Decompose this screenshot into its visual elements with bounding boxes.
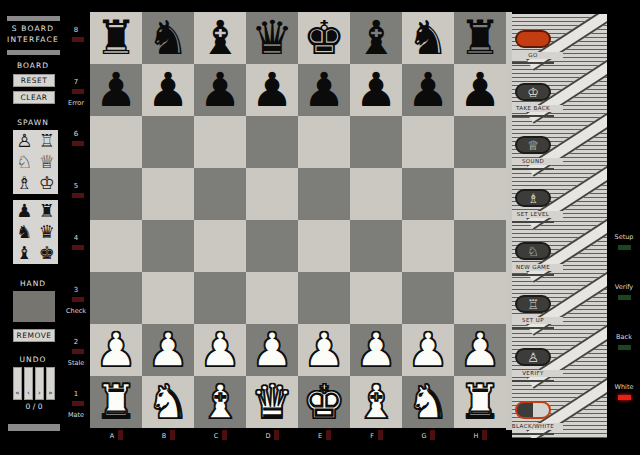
- board-square-f7[interactable]: ♟: [350, 64, 402, 116]
- verify-button[interactable]: ♙: [515, 348, 551, 366]
- board-square-b5[interactable]: [142, 168, 194, 220]
- file-label-g: G: [419, 432, 429, 440]
- rank-label-7: 7: [62, 78, 90, 86]
- board-square-f3[interactable]: [350, 272, 402, 324]
- panel-step-line: [512, 433, 554, 435]
- file-label-c: C: [211, 432, 221, 440]
- spawn-white-q[interactable]: ♕: [36, 151, 59, 172]
- board-square-b6[interactable]: [142, 116, 194, 168]
- sound-label: SOUND: [512, 158, 563, 165]
- board-square-c3[interactable]: [194, 272, 246, 324]
- white-piece-b: ♝: [199, 376, 241, 428]
- file-label-e: E: [315, 432, 325, 440]
- remove-button[interactable]: REMOVE: [13, 329, 55, 342]
- take-back-piece-icon: ♔: [527, 86, 539, 99]
- undo-counter: 0 / 0: [7, 402, 61, 411]
- set-up-label: SET UP: [512, 317, 563, 324]
- white-piece-q: ♛: [251, 376, 293, 428]
- panel-step-line: [512, 380, 554, 382]
- board-square-h2[interactable]: ♟: [454, 324, 506, 376]
- board-square-g7[interactable]: ♟: [402, 64, 454, 116]
- board-square-b2[interactable]: ♟: [142, 324, 194, 376]
- set-up-piece-icon: ♖: [527, 298, 539, 311]
- control-panel: GO♔TAKE BACK♕SOUND♗SET LEVEL♘NEW GAME♖SE…: [512, 14, 607, 438]
- rank-label-1: 1: [62, 390, 90, 398]
- black-white-button[interactable]: [515, 401, 551, 419]
- new-game-piece-icon: ♘: [527, 245, 539, 258]
- board-square-f8[interactable]: ♝: [350, 12, 402, 64]
- black-piece-r: ♜: [459, 12, 501, 64]
- board-square-e7[interactable]: ♟: [298, 64, 350, 116]
- file-led-a: [118, 430, 123, 440]
- white-piece-p: ♟: [95, 324, 137, 376]
- board-square-g5[interactable]: [402, 168, 454, 220]
- rank-led-5: [72, 193, 84, 198]
- board-square-c6[interactable]: [194, 116, 246, 168]
- black-piece-r: ♜: [95, 12, 137, 64]
- rank-label-4: 4: [62, 234, 90, 242]
- board-square-g2[interactable]: ♟: [402, 324, 454, 376]
- board-section-label: BOARD: [2, 61, 64, 70]
- rank-led-6: [72, 141, 84, 146]
- set-level-piece-icon: ♗: [527, 192, 539, 205]
- board-square-g4[interactable]: [402, 220, 454, 272]
- board-square-b8[interactable]: ♞: [142, 12, 194, 64]
- board-square-c4[interactable]: [194, 220, 246, 272]
- spawn-white-k[interactable]: ♔: [36, 173, 59, 194]
- new-game-label: NEW GAME: [512, 264, 563, 271]
- board-square-d6[interactable]: [246, 116, 298, 168]
- rank-led-7: [72, 89, 84, 94]
- board-square-e2[interactable]: ♟: [298, 324, 350, 376]
- panel-step-line: [512, 115, 554, 117]
- board-square-a2[interactable]: ♟: [90, 324, 142, 376]
- board-square-f1[interactable]: ♝: [350, 376, 402, 428]
- white-piece-p: ♟: [199, 324, 241, 376]
- board-square-e8[interactable]: ♚: [298, 12, 350, 64]
- board-square-d4[interactable]: [246, 220, 298, 272]
- status-led-setup: [618, 245, 631, 250]
- board-square-a6[interactable]: [90, 116, 142, 168]
- status-label-white: White: [605, 383, 640, 391]
- black-piece-p: ♟: [407, 64, 449, 116]
- white-piece-n: ♞: [407, 376, 449, 428]
- board-square-c2[interactable]: ♟: [194, 324, 246, 376]
- rank-led-4: [72, 245, 84, 250]
- verify-piece-icon: ♙: [527, 351, 539, 364]
- rank-label-8: 8: [62, 26, 90, 34]
- panel-step-line: [512, 168, 554, 170]
- status-led-verify: [618, 295, 631, 300]
- verify-label: VERIFY: [512, 370, 563, 377]
- file-label-a: A: [107, 432, 117, 440]
- spawn-white-n[interactable]: ♘: [13, 151, 36, 172]
- panel-step-line: [512, 274, 554, 276]
- black-piece-k: ♚: [303, 12, 345, 64]
- rank-led-8: [72, 37, 84, 42]
- board-square-a8[interactable]: ♜: [90, 12, 142, 64]
- board-square-d8[interactable]: ♛: [246, 12, 298, 64]
- black-piece-p: ♟: [251, 64, 293, 116]
- board-square-e4[interactable]: [298, 220, 350, 272]
- board-square-g3[interactable]: [402, 272, 454, 324]
- sound-piece-icon: ♕: [527, 139, 539, 152]
- hand-display-box: [13, 291, 55, 322]
- undo-key-3[interactable]: »: [46, 367, 55, 400]
- app-title-line1: S BOARD: [2, 24, 64, 33]
- board-square-a7[interactable]: ♟: [90, 64, 142, 116]
- spawn-white-r[interactable]: ♖: [36, 130, 59, 151]
- app-title-line2: INTERFACE: [2, 35, 64, 44]
- board-square-h4[interactable]: [454, 220, 506, 272]
- white-piece-p: ♟: [355, 324, 397, 376]
- board-square-c7[interactable]: ♟: [194, 64, 246, 116]
- board-square-h8[interactable]: ♜: [454, 12, 506, 64]
- white-piece-p: ♟: [147, 324, 189, 376]
- go-button[interactable]: [515, 30, 551, 48]
- rank-led-2: [72, 349, 84, 354]
- undo-section-label: UNDO: [2, 355, 64, 364]
- white-piece-b: ♝: [355, 376, 397, 428]
- panel-step-line: [512, 221, 554, 223]
- white-piece-p: ♟: [407, 324, 449, 376]
- panel-step-line: [512, 327, 554, 329]
- white-piece-r: ♜: [459, 376, 501, 428]
- undo-key-2[interactable]: ›: [35, 367, 44, 400]
- board-square-d5[interactable]: [246, 168, 298, 220]
- take-back-button[interactable]: ♔: [515, 83, 551, 101]
- file-label-h: H: [471, 432, 481, 440]
- board-square-b4[interactable]: [142, 220, 194, 272]
- reset-button[interactable]: RESET: [13, 74, 55, 87]
- board-square-d7[interactable]: ♟: [246, 64, 298, 116]
- clear-button[interactable]: CLEAR: [13, 91, 55, 104]
- board-square-b3[interactable]: [142, 272, 194, 324]
- board-square-f4[interactable]: [350, 220, 402, 272]
- black-piece-p: ♟: [147, 64, 189, 116]
- board-square-c8[interactable]: ♝: [194, 12, 246, 64]
- black-white-label: BLACK/WHITE: [512, 423, 563, 430]
- board-square-h1[interactable]: ♜: [454, 376, 506, 428]
- panel-step-line: [512, 62, 554, 64]
- spawn-black-b[interactable]: ♝: [13, 243, 36, 264]
- chess-board: ♜♞♝♛♚♝♞♜♟♟♟♟♟♟♟♟♟♟♟♟♟♟♟♟♜♞♝♛♚♝♞♜: [90, 12, 506, 428]
- board-square-d3[interactable]: [246, 272, 298, 324]
- board-square-h6[interactable]: [454, 116, 506, 168]
- rank-led-3: [72, 297, 84, 302]
- spawn-black-q[interactable]: ♛: [36, 221, 59, 242]
- board-square-c5[interactable]: [194, 168, 246, 220]
- hand-section-label: HAND: [2, 279, 64, 288]
- black-piece-b: ♝: [199, 12, 241, 64]
- white-piece-k: ♚: [303, 376, 345, 428]
- board-square-e3[interactable]: [298, 272, 350, 324]
- status-label-back: Back: [605, 333, 640, 341]
- status-label-setup: Setup: [605, 233, 640, 241]
- black-piece-n: ♞: [147, 12, 189, 64]
- board-square-g6[interactable]: [402, 116, 454, 168]
- board-square-c1[interactable]: ♝: [194, 376, 246, 428]
- board-square-g8[interactable]: ♞: [402, 12, 454, 64]
- board-square-a5[interactable]: [90, 168, 142, 220]
- board-square-f2[interactable]: ♟: [350, 324, 402, 376]
- file-label-d: D: [263, 432, 273, 440]
- new-game-button[interactable]: ♘: [515, 242, 551, 260]
- board-square-d2[interactable]: ♟: [246, 324, 298, 376]
- board-square-a3[interactable]: [90, 272, 142, 324]
- board-square-g1[interactable]: ♞: [402, 376, 454, 428]
- rank-led-1: [72, 401, 84, 406]
- board-square-e6[interactable]: [298, 116, 350, 168]
- white-piece-p: ♟: [303, 324, 345, 376]
- status-label-verify: Verify: [605, 283, 640, 291]
- sidebar-divider-2: [7, 50, 60, 55]
- chess-interface-window: S BOARD INTERFACE BOARD RESET CLEAR SPAW…: [0, 0, 640, 455]
- board-square-h5[interactable]: [454, 168, 506, 220]
- sidebar-divider-top: [7, 16, 60, 21]
- black-piece-p: ♟: [355, 64, 397, 116]
- set-level-button[interactable]: ♗: [515, 189, 551, 207]
- file-led-d: [274, 430, 279, 440]
- file-led-c: [222, 430, 227, 440]
- black-piece-b: ♝: [355, 12, 397, 64]
- file-led-g: [430, 430, 435, 440]
- spawn-section-label: SPAWN: [2, 118, 64, 127]
- file-led-h: [482, 430, 487, 440]
- board-square-f6[interactable]: [350, 116, 402, 168]
- board-square-f5[interactable]: [350, 168, 402, 220]
- take-back-label: TAKE BACK: [512, 105, 563, 112]
- black-piece-n: ♞: [407, 12, 449, 64]
- rank-label-2: 2: [62, 338, 90, 346]
- white-piece-p: ♟: [459, 324, 501, 376]
- rank-label-5: 5: [62, 182, 90, 190]
- white-piece-n: ♞: [147, 376, 189, 428]
- board-square-e5[interactable]: [298, 168, 350, 220]
- black-piece-p: ♟: [199, 64, 241, 116]
- board-square-h3[interactable]: [454, 272, 506, 324]
- file-label-f: F: [367, 432, 377, 440]
- spawn-black-k[interactable]: ♚: [36, 243, 59, 264]
- black-piece-p: ♟: [303, 64, 345, 116]
- board-square-b1[interactable]: ♞: [142, 376, 194, 428]
- status-led-back: [618, 345, 631, 350]
- board-square-b7[interactable]: ♟: [142, 64, 194, 116]
- set-level-label: SET LEVEL: [512, 211, 563, 218]
- black-piece-q: ♛: [251, 12, 293, 64]
- spawn-black-p[interactable]: ♟: [13, 200, 36, 221]
- spawn-palette-white: ♙♖♘♕♗♔: [13, 130, 58, 194]
- sidebar-divider-bottom: [8, 424, 60, 431]
- white-piece-r: ♜: [95, 376, 137, 428]
- rank-label-3: 3: [62, 286, 90, 294]
- board-square-a1[interactable]: ♜: [90, 376, 142, 428]
- spawn-black-n[interactable]: ♞: [13, 221, 36, 242]
- white-piece-p: ♟: [251, 324, 293, 376]
- set-up-button[interactable]: ♖: [515, 295, 551, 313]
- file-led-e: [326, 430, 331, 440]
- black-piece-p: ♟: [459, 64, 501, 116]
- spawn-white-b[interactable]: ♗: [13, 173, 36, 194]
- board-square-a4[interactable]: [90, 220, 142, 272]
- board-square-h7[interactable]: ♟: [454, 64, 506, 116]
- spawn-white-p[interactable]: ♙: [13, 130, 36, 151]
- undo-key-0[interactable]: «: [13, 367, 22, 400]
- go-label: GO: [512, 52, 563, 59]
- rank-label-6: 6: [62, 130, 90, 138]
- spawn-black-r[interactable]: ♜: [36, 200, 59, 221]
- undo-key-1[interactable]: ‹: [24, 367, 33, 400]
- status-led-white: [618, 395, 631, 400]
- spawn-palette-black: ♟♜♞♛♝♚: [13, 200, 58, 264]
- board-square-d1[interactable]: ♛: [246, 376, 298, 428]
- file-led-b: [170, 430, 175, 440]
- sound-button[interactable]: ♕: [515, 136, 551, 154]
- board-square-e1[interactable]: ♚: [298, 376, 350, 428]
- black-piece-p: ♟: [95, 64, 137, 116]
- file-label-b: B: [159, 432, 169, 440]
- file-led-f: [378, 430, 383, 440]
